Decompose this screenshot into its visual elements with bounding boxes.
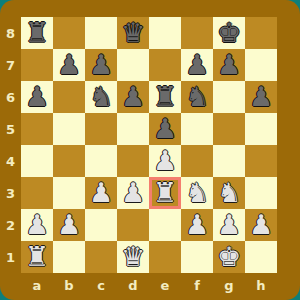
white-knight[interactable]: ♞: [185, 177, 209, 209]
square-b2[interactable]: ♟: [53, 209, 85, 241]
rank-label-2: 2: [0, 209, 21, 241]
square-b3[interactable]: [53, 177, 85, 209]
rank-label-1: 1: [0, 241, 21, 273]
square-b8[interactable]: [53, 17, 85, 49]
white-pawn[interactable]: ♟: [57, 209, 81, 241]
file-label-h: h: [245, 273, 277, 298]
white-pawn[interactable]: ♟: [217, 209, 241, 241]
square-d6[interactable]: ♟: [117, 81, 149, 113]
square-g5[interactable]: [213, 113, 245, 145]
square-c7[interactable]: ♟: [85, 49, 117, 81]
black-knight[interactable]: ♞: [185, 81, 209, 113]
square-d5[interactable]: [117, 113, 149, 145]
square-h1[interactable]: [245, 241, 277, 273]
file-label-b: b: [53, 273, 85, 298]
white-pawn[interactable]: ♟: [249, 209, 273, 241]
square-g6[interactable]: [213, 81, 245, 113]
square-a5[interactable]: [21, 113, 53, 145]
white-rook[interactable]: ♜: [153, 177, 177, 209]
white-king[interactable]: ♚: [217, 241, 241, 273]
square-h2[interactable]: ♟: [245, 209, 277, 241]
square-g8[interactable]: ♚: [213, 17, 245, 49]
chess-board: ♜♛♚♟♟♟♟♟♞♟♜♞♟♟♟♟♟♜♞♞♟♟♟♟♟♜♛♚: [21, 17, 277, 273]
square-f5[interactable]: [181, 113, 213, 145]
square-e1[interactable]: [149, 241, 181, 273]
square-c8[interactable]: [85, 17, 117, 49]
rank-label-3: 3: [0, 177, 21, 209]
square-e7[interactable]: [149, 49, 181, 81]
square-e2[interactable]: [149, 209, 181, 241]
square-a6[interactable]: ♟: [21, 81, 53, 113]
square-b4[interactable]: [53, 145, 85, 177]
square-d1[interactable]: ♛: [117, 241, 149, 273]
square-b1[interactable]: [53, 241, 85, 273]
black-knight[interactable]: ♞: [89, 81, 113, 113]
square-d7[interactable]: [117, 49, 149, 81]
rank-label-6: 6: [0, 81, 21, 113]
square-h3[interactable]: [245, 177, 277, 209]
rank-labels: 87654321: [0, 17, 21, 273]
square-g2[interactable]: ♟: [213, 209, 245, 241]
square-h6[interactable]: ♟: [245, 81, 277, 113]
rank-label-8: 8: [0, 17, 21, 49]
white-pawn[interactable]: ♟: [25, 209, 49, 241]
square-g3[interactable]: ♞: [213, 177, 245, 209]
square-c2[interactable]: [85, 209, 117, 241]
white-queen[interactable]: ♛: [121, 241, 145, 273]
file-label-g: g: [213, 273, 245, 298]
black-pawn[interactable]: ♟: [153, 113, 177, 145]
square-f2[interactable]: ♟: [181, 209, 213, 241]
square-a2[interactable]: ♟: [21, 209, 53, 241]
white-pawn[interactable]: ♟: [185, 209, 209, 241]
file-label-f: f: [181, 273, 213, 298]
black-pawn[interactable]: ♟: [121, 81, 145, 113]
square-b5[interactable]: [53, 113, 85, 145]
black-pawn[interactable]: ♟: [249, 81, 273, 113]
square-c1[interactable]: [85, 241, 117, 273]
file-label-e: e: [149, 273, 181, 298]
square-b6[interactable]: [53, 81, 85, 113]
square-a3[interactable]: [21, 177, 53, 209]
square-g4[interactable]: [213, 145, 245, 177]
square-h4[interactable]: [245, 145, 277, 177]
black-rook[interactable]: ♜: [153, 81, 177, 113]
white-knight[interactable]: ♞: [217, 177, 241, 209]
white-rook[interactable]: ♜: [25, 241, 49, 273]
square-c4[interactable]: [85, 145, 117, 177]
white-pawn[interactable]: ♟: [121, 177, 145, 209]
black-pawn[interactable]: ♟: [89, 49, 113, 81]
square-b7[interactable]: ♟: [53, 49, 85, 81]
black-rook[interactable]: ♜: [25, 17, 49, 49]
square-g1[interactable]: ♚: [213, 241, 245, 273]
square-e6[interactable]: ♜: [149, 81, 181, 113]
square-h7[interactable]: [245, 49, 277, 81]
white-pawn[interactable]: ♟: [153, 145, 177, 177]
square-h5[interactable]: [245, 113, 277, 145]
black-pawn[interactable]: ♟: [185, 49, 209, 81]
square-a8[interactable]: ♜: [21, 17, 53, 49]
square-d2[interactable]: [117, 209, 149, 241]
square-a4[interactable]: [21, 145, 53, 177]
square-f1[interactable]: [181, 241, 213, 273]
rank-label-7: 7: [0, 49, 21, 81]
square-d4[interactable]: [117, 145, 149, 177]
square-d8[interactable]: ♛: [117, 17, 149, 49]
file-label-c: c: [85, 273, 117, 298]
square-c6[interactable]: ♞: [85, 81, 117, 113]
black-pawn[interactable]: ♟: [25, 81, 49, 113]
square-f4[interactable]: [181, 145, 213, 177]
square-e3[interactable]: ♜: [149, 177, 181, 209]
black-pawn[interactable]: ♟: [217, 49, 241, 81]
file-label-d: d: [117, 273, 149, 298]
square-c5[interactable]: [85, 113, 117, 145]
square-e8[interactable]: [149, 17, 181, 49]
square-g7[interactable]: ♟: [213, 49, 245, 81]
square-d3[interactable]: ♟: [117, 177, 149, 209]
square-f3[interactable]: ♞: [181, 177, 213, 209]
square-e5[interactable]: ♟: [149, 113, 181, 145]
black-king[interactable]: ♚: [217, 17, 241, 49]
white-pawn[interactable]: ♟: [89, 177, 113, 209]
square-f8[interactable]: [181, 17, 213, 49]
rank-label-5: 5: [0, 113, 21, 145]
square-e4[interactable]: ♟: [149, 145, 181, 177]
square-f6[interactable]: ♞: [181, 81, 213, 113]
square-c3[interactable]: ♟: [85, 177, 117, 209]
black-pawn[interactable]: ♟: [57, 49, 81, 81]
file-label-a: a: [21, 273, 53, 298]
square-f7[interactable]: ♟: [181, 49, 213, 81]
square-a1[interactable]: ♜: [21, 241, 53, 273]
rank-label-4: 4: [0, 145, 21, 177]
square-a7[interactable]: [21, 49, 53, 81]
square-h8[interactable]: [245, 17, 277, 49]
file-labels: abcdefgh: [21, 273, 277, 298]
board-frame: 87654321 ♜♛♚♟♟♟♟♟♞♟♜♞♟♟♟♟♟♜♞♞♟♟♟♟♟♜♛♚ ab…: [0, 0, 300, 300]
black-queen[interactable]: ♛: [121, 17, 145, 49]
